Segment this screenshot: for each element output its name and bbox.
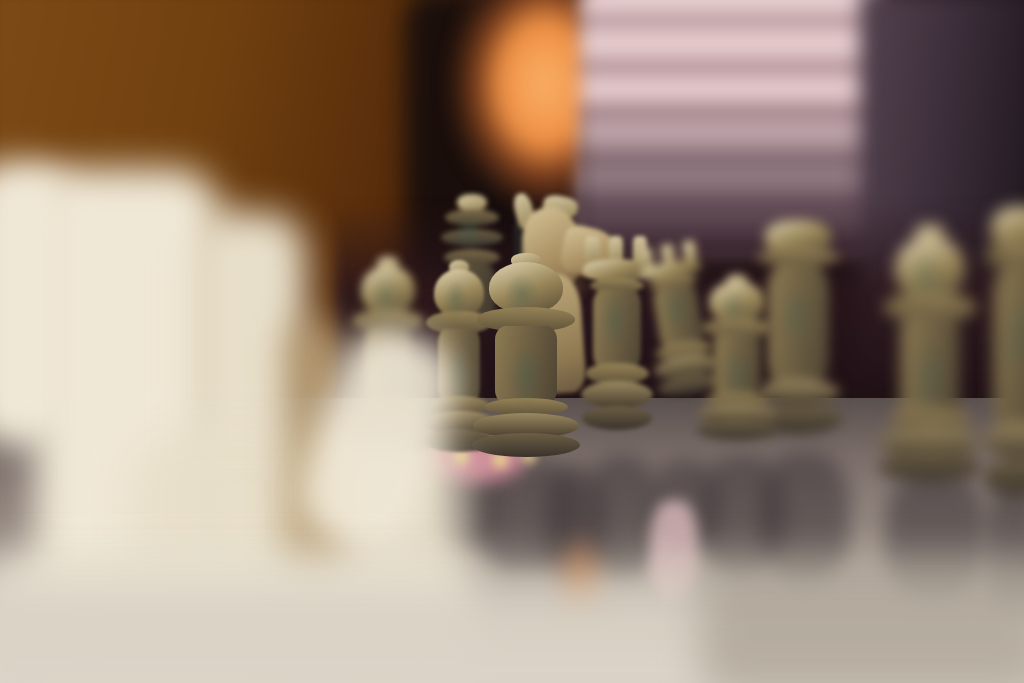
teal-vein — [724, 347, 750, 400]
column-flare — [984, 422, 1024, 458]
teal-vein — [509, 343, 544, 408]
teal-vein — [601, 291, 628, 350]
dark-pawn-centre-focus — [472, 253, 580, 457]
pawn-foot — [878, 451, 982, 482]
rook-base — [581, 381, 653, 409]
teal-vein — [444, 279, 468, 317]
teal-vein — [1003, 295, 1024, 378]
chessboard-photo — [0, 0, 1024, 683]
teal-vein — [504, 273, 539, 314]
pawn-foot — [696, 420, 778, 440]
teal-vein — [779, 285, 814, 346]
front-right-shade — [700, 565, 1024, 683]
teal-vein — [372, 276, 398, 316]
dark-pawn-mid-right — [696, 274, 778, 440]
column-foot — [982, 458, 1024, 496]
teal-vein — [455, 213, 482, 251]
teal-vein — [721, 291, 747, 324]
dark-piece-right-edge — [982, 206, 1024, 502]
teal-vein — [913, 338, 946, 421]
pawn-foot — [472, 433, 580, 457]
grooved-knob — [457, 194, 487, 211]
rook-foot — [582, 406, 651, 430]
dark-pawn-right — [878, 224, 982, 482]
